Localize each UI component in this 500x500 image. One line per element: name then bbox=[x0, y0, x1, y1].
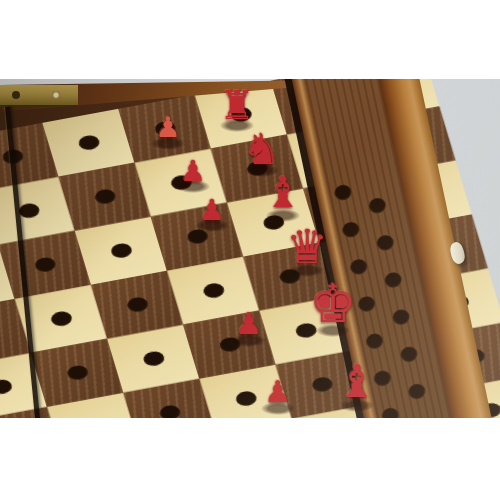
pieces-layer: ♟♜♟♞♟♝♛♚♟♝♟ bbox=[0, 79, 500, 418]
chess-piece-red-pawn: ♟ bbox=[248, 362, 308, 418]
chess-piece-red-bishop: ♝ bbox=[327, 351, 387, 411]
photograph: ♟♜♟♞♟♝♛♚♟♝♟ bbox=[0, 79, 500, 418]
chess-piece-red-king: ♚ bbox=[303, 273, 363, 333]
photo-card: ♟♜♟♞♟♝♛♚♟♝♟ bbox=[0, 0, 500, 500]
chess-piece-red-pawn: ♟ bbox=[182, 180, 242, 240]
chess-piece-red-queen: ♛ bbox=[277, 216, 337, 276]
chess-piece-red-pawn: ♟ bbox=[219, 294, 279, 354]
top-white-bar bbox=[0, 0, 500, 79]
bottom-white-bar bbox=[0, 418, 500, 500]
chess-piece-red-bishop: ♝ bbox=[253, 163, 313, 223]
